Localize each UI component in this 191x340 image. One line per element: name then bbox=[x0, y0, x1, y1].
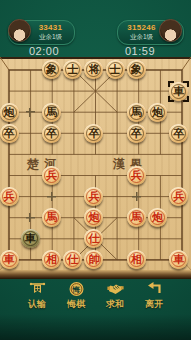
offer-draw-label: 求和 bbox=[106, 298, 124, 311]
piece-black-i3[interactable]: 卒 bbox=[169, 124, 188, 143]
piece-black-f0[interactable]: 士 bbox=[106, 60, 125, 79]
piece-red-i9[interactable]: 車 bbox=[169, 250, 188, 269]
piece-red-a6[interactable]: 兵 bbox=[0, 187, 19, 206]
piece-red-g7[interactable]: 馬 bbox=[127, 208, 146, 227]
piece-black-c0[interactable]: 象 bbox=[42, 60, 61, 79]
piece-red-i6[interactable]: 兵 bbox=[169, 187, 188, 206]
offer-draw-button[interactable]: 求和 bbox=[96, 279, 134, 313]
undo-piece-icon: 悔 bbox=[68, 281, 85, 297]
piece-black-d0[interactable]: 士 bbox=[63, 60, 82, 79]
piece-black-g2[interactable]: 馬 bbox=[127, 103, 146, 122]
xiangqi-board[interactable]: 楚河 漢界 象士将士象車炮馬馬炮卒卒卒卒卒車兵兵兵兵兵馬炮馬炮仕車相仕帥相車 bbox=[0, 57, 191, 279]
piece-black-c2[interactable]: 馬 bbox=[42, 103, 61, 122]
svg-text:悔: 悔 bbox=[71, 285, 80, 294]
game-screen: 33431 业余1级 02:00 315246 业余1级 01:59 bbox=[0, 0, 191, 340]
piece-red-e8[interactable]: 仕 bbox=[84, 229, 103, 248]
player-avatar-right[interactable] bbox=[159, 19, 182, 42]
leave-button[interactable]: 离开 bbox=[135, 279, 173, 313]
piece-black-h2[interactable]: 炮 bbox=[148, 103, 167, 122]
piece-black-e3[interactable]: 卒 bbox=[84, 124, 103, 143]
handshake-icon bbox=[107, 281, 124, 297]
piece-red-g9[interactable]: 相 bbox=[127, 250, 146, 269]
piece-red-a9[interactable]: 車 bbox=[0, 250, 19, 269]
point-marker bbox=[26, 213, 35, 222]
piece-red-c9[interactable]: 相 bbox=[42, 250, 61, 269]
point-marker bbox=[26, 108, 35, 117]
point-marker bbox=[47, 192, 56, 201]
piece-black-g0[interactable]: 象 bbox=[127, 60, 146, 79]
piece-red-g5[interactable]: 兵 bbox=[127, 166, 146, 185]
board-grid[interactable]: 象士将士象車炮馬馬炮卒卒卒卒卒車兵兵兵兵兵馬炮馬炮仕車相仕帥相車 bbox=[0, 59, 189, 270]
piece-red-d9[interactable]: 仕 bbox=[63, 250, 82, 269]
piece-black-c3[interactable]: 卒 bbox=[42, 124, 61, 143]
piece-red-c7[interactable]: 馬 bbox=[42, 208, 61, 227]
resign-button[interactable]: 认输 bbox=[18, 279, 56, 313]
player-clock-right: 01:59 bbox=[110, 45, 170, 57]
leave-arrow-icon bbox=[146, 281, 163, 297]
piece-black-b8[interactable]: 車 bbox=[21, 229, 40, 248]
piece-black-e0[interactable]: 将 bbox=[84, 60, 103, 79]
piece-red-e6[interactable]: 兵 bbox=[84, 187, 103, 206]
piece-red-e9[interactable]: 帥 bbox=[84, 250, 103, 269]
piece-black-i1[interactable]: 車 bbox=[169, 82, 188, 101]
undo-move-label: 悔棋 bbox=[67, 298, 85, 311]
piece-red-h7[interactable]: 炮 bbox=[148, 208, 167, 227]
piece-black-a2[interactable]: 炮 bbox=[0, 103, 19, 122]
piece-black-g3[interactable]: 卒 bbox=[127, 124, 146, 143]
resign-label: 认输 bbox=[28, 298, 46, 311]
piece-black-a3[interactable]: 卒 bbox=[0, 124, 19, 143]
leave-label: 离开 bbox=[145, 298, 163, 311]
player-avatar-left[interactable] bbox=[8, 19, 31, 42]
point-marker bbox=[132, 192, 141, 201]
piece-red-e7[interactable]: 炮 bbox=[84, 208, 103, 227]
player-clock-left: 02:00 bbox=[14, 45, 74, 57]
undo-move-button[interactable]: 悔 悔棋 bbox=[57, 279, 95, 313]
piece-red-c5[interactable]: 兵 bbox=[42, 166, 61, 185]
surrender-flag-icon bbox=[29, 281, 46, 297]
action-bar: 认输 悔 悔棋 求和 离开 bbox=[0, 279, 191, 313]
